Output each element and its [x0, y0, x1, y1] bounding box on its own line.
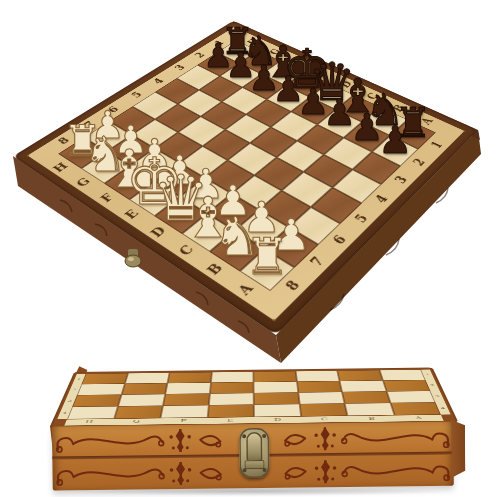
box-coordinate-label: B — [347, 416, 396, 423]
box-top-square — [345, 403, 394, 416]
box-top-square — [165, 383, 210, 395]
box-top-square — [121, 383, 167, 395]
latch-screw-icon — [242, 434, 246, 438]
latch-hook-icon — [246, 432, 262, 462]
box-top-square — [253, 382, 297, 393]
latch-clasp[interactable] — [236, 426, 273, 480]
box-top-square — [383, 380, 431, 391]
box-coordinate-label: F — [159, 418, 207, 425]
box-top-square — [386, 391, 435, 403]
latch-bar-icon — [244, 460, 264, 469]
box-top-square — [379, 370, 425, 381]
box-top-square — [160, 405, 208, 418]
latch-screw-icon — [262, 434, 266, 438]
box-top-checkerboard: HGFEDCBA 1234 1234 — [52, 368, 456, 426]
box-top-square — [67, 406, 117, 419]
box-coordinate-label: E — [207, 417, 254, 424]
box-coordinate-label: G — [112, 418, 161, 425]
box-top-square — [81, 373, 127, 384]
box-top-square — [342, 391, 390, 403]
box-top-square — [209, 382, 253, 394]
box-top-square — [77, 384, 125, 396]
box-top-square — [254, 392, 300, 404]
box-top-square — [167, 372, 211, 383]
box-top-square — [299, 403, 347, 416]
box-top-square — [390, 402, 441, 415]
box-top-square — [124, 373, 169, 384]
board-squares-grid — [58, 40, 436, 291]
open-chess-board: HGFEDCBA HGFEDCBA 12345678 12345678 — [13, 21, 478, 335]
box-right-side-face — [451, 419, 466, 477]
product-photo-stage: HGFEDCBA 1234 1234 — [0, 0, 500, 497]
box-top-square — [210, 372, 253, 383]
box-coordinate-label: D — [254, 417, 301, 424]
box-top-square — [340, 380, 387, 391]
box-top-square — [297, 381, 342, 392]
box-top-square — [208, 393, 253, 405]
box-top-square — [295, 371, 339, 382]
box-top-square — [114, 406, 163, 419]
box-coordinate-label: C — [301, 416, 349, 423]
box-top-grid — [67, 370, 441, 420]
box-coordinate-label: A — [394, 415, 443, 422]
box-top-square — [118, 394, 166, 406]
box-top-square — [337, 370, 382, 381]
board-latch-knob-icon[interactable] — [125, 249, 141, 267]
box-top-square — [298, 392, 345, 404]
closed-chess-box: HGFEDCBA 1234 1234 — [45, 347, 471, 497]
box-top-square — [72, 395, 121, 407]
box-top-square — [253, 371, 296, 382]
box-coordinate-label: H — [64, 419, 113, 426]
box-top-square — [207, 405, 254, 418]
box-top-square — [163, 394, 210, 406]
box-top-square — [254, 404, 301, 417]
latch-screw-icon — [243, 468, 247, 472]
latch-screw-icon — [263, 468, 267, 472]
